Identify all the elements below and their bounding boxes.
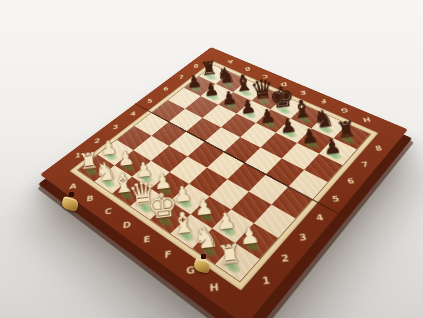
brass-clasp-left: [62, 198, 78, 210]
chess-board: ABCDEFGH ABCDEFGH 87654321 87654321 ♜♞♝♛…: [40, 47, 408, 318]
camera-roll: ABCDEFGH ABCDEFGH 87654321 87654321 ♜♞♝♛…: [0, 0, 423, 318]
brass-clasp-right: [194, 260, 210, 272]
square-g5[interactable]: [266, 158, 304, 186]
photo-stage: ABCDEFGH ABCDEFGH 87654321 87654321 ♜♞♝♛…: [0, 0, 423, 318]
white-rook-h1[interactable]: ♜: [212, 240, 247, 270]
black-pawn-h7[interactable]: ♟: [318, 135, 347, 158]
coordinate-label-h: H: [198, 276, 232, 299]
coordinate-label-e: E: [132, 229, 162, 249]
scene: ABCDEFGH ABCDEFGH 87654321 87654321 ♜♞♝♛…: [0, 0, 423, 318]
